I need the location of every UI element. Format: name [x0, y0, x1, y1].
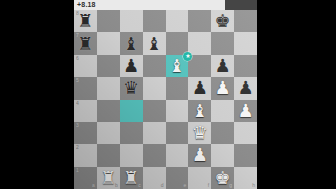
square-a3[interactable]: 3	[74, 122, 97, 144]
piece-black-king[interactable]: ♚	[211, 10, 234, 32]
square-d2[interactable]	[143, 144, 166, 166]
square-e2[interactable]	[166, 144, 189, 166]
rank-coordinate-4: 4	[76, 101, 79, 106]
square-h2[interactable]	[234, 144, 257, 166]
square-e6[interactable]: ♝★	[166, 55, 189, 77]
square-b2[interactable]	[97, 144, 120, 166]
square-h3[interactable]	[234, 122, 257, 144]
piece-white-pawn[interactable]: ♟	[234, 100, 257, 122]
square-b8[interactable]	[97, 10, 120, 32]
rank-coordinate-3: 3	[76, 123, 79, 128]
square-a1[interactable]: 1a	[74, 167, 97, 189]
square-c5[interactable]: ♛	[120, 77, 143, 99]
rank-coordinate-6: 6	[76, 56, 79, 61]
square-d7[interactable]: ♝	[143, 32, 166, 54]
evaluation-score: +8.18	[74, 0, 96, 10]
square-g3[interactable]	[211, 122, 234, 144]
square-c7[interactable]: ♝	[120, 32, 143, 54]
piece-black-rook[interactable]: ♜	[74, 32, 97, 54]
piece-white-rook[interactable]: ♜	[97, 167, 120, 189]
square-f2[interactable]: ♟	[188, 144, 211, 166]
square-c4[interactable]	[120, 100, 143, 122]
evaluation-bar: +8.18	[74, 0, 257, 10]
square-c1[interactable]: c♜	[120, 167, 143, 189]
square-d3[interactable]	[143, 122, 166, 144]
square-g8[interactable]: ♚	[211, 10, 234, 32]
evaluation-bar-white-portion: +8.18	[74, 0, 225, 10]
rank-coordinate-5: 5	[76, 78, 79, 83]
piece-black-bishop[interactable]: ♝	[120, 32, 143, 54]
square-h7[interactable]	[234, 32, 257, 54]
rank-coordinate-1: 1	[76, 168, 79, 173]
piece-black-pawn[interactable]: ♟	[211, 55, 234, 77]
file-coordinate-d: d	[161, 183, 164, 188]
square-g6[interactable]: ♟	[211, 55, 234, 77]
piece-black-bishop[interactable]: ♝	[143, 32, 166, 54]
piece-white-pawn[interactable]: ♟	[188, 144, 211, 166]
square-f6[interactable]	[188, 55, 211, 77]
square-d4[interactable]	[143, 100, 166, 122]
square-f8[interactable]	[188, 10, 211, 32]
piece-white-king[interactable]: ♚	[211, 167, 234, 189]
square-g1[interactable]: g♚	[211, 167, 234, 189]
piece-white-queen[interactable]: ♛	[188, 122, 211, 144]
square-a4[interactable]: 4	[74, 100, 97, 122]
square-f1[interactable]: f	[188, 167, 211, 189]
piece-black-rook[interactable]: ♜	[74, 10, 97, 32]
square-h6[interactable]	[234, 55, 257, 77]
square-h5[interactable]: ♟	[234, 77, 257, 99]
square-h4[interactable]: ♟	[234, 100, 257, 122]
square-a5[interactable]: 5	[74, 77, 97, 99]
piece-white-bishop[interactable]: ♝	[188, 100, 211, 122]
square-f3[interactable]: ♛	[188, 122, 211, 144]
square-g2[interactable]	[211, 144, 234, 166]
square-g5[interactable]: ♟	[211, 77, 234, 99]
square-c6[interactable]: ♟	[120, 55, 143, 77]
square-e4[interactable]	[166, 100, 189, 122]
piece-black-pawn[interactable]: ♟	[234, 77, 257, 99]
square-h8[interactable]	[234, 10, 257, 32]
file-coordinate-a: a	[92, 183, 95, 188]
square-h1[interactable]: h	[234, 167, 257, 189]
piece-white-pawn[interactable]: ♟	[211, 77, 234, 99]
piece-black-pawn[interactable]: ♟	[188, 77, 211, 99]
square-b7[interactable]	[97, 32, 120, 54]
piece-black-pawn[interactable]: ♟	[120, 55, 143, 77]
square-a7[interactable]: 7♜	[74, 32, 97, 54]
square-a2[interactable]: 2	[74, 144, 97, 166]
analysis-panel: +8.18 8♜♚7♜♝♝6♟♝★♟5♛♟♟♟4♝♟3♛2♟1ab♜c♜defg…	[74, 0, 257, 189]
chess-board[interactable]: 8♜♚7♜♝♝6♟♝★♟5♛♟♟♟4♝♟3♛2♟1ab♜c♜defg♚h	[74, 10, 257, 189]
square-d1[interactable]: d	[143, 167, 166, 189]
square-e5[interactable]	[166, 77, 189, 99]
square-e3[interactable]	[166, 122, 189, 144]
square-d6[interactable]	[143, 55, 166, 77]
rank-coordinate-2: 2	[76, 145, 79, 150]
square-b1[interactable]: b♜	[97, 167, 120, 189]
square-d8[interactable]	[143, 10, 166, 32]
square-g7[interactable]	[211, 32, 234, 54]
square-a8[interactable]: 8♜	[74, 10, 97, 32]
square-b4[interactable]	[97, 100, 120, 122]
square-c3[interactable]	[120, 122, 143, 144]
file-coordinate-e: e	[184, 183, 187, 188]
piece-white-rook[interactable]: ♜	[120, 167, 143, 189]
square-f5[interactable]: ♟	[188, 77, 211, 99]
square-c8[interactable]	[120, 10, 143, 32]
square-d5[interactable]	[143, 77, 166, 99]
square-g4[interactable]	[211, 100, 234, 122]
square-e8[interactable]	[166, 10, 189, 32]
square-b3[interactable]	[97, 122, 120, 144]
square-a6[interactable]: 6	[74, 55, 97, 77]
file-coordinate-f: f	[208, 183, 209, 188]
evaluation-bar-black-portion	[225, 0, 257, 10]
square-b6[interactable]	[97, 55, 120, 77]
square-e1[interactable]: e	[166, 167, 189, 189]
square-b5[interactable]	[97, 77, 120, 99]
square-f4[interactable]: ♝	[188, 100, 211, 122]
piece-black-queen[interactable]: ♛	[120, 77, 143, 99]
square-c2[interactable]	[120, 144, 143, 166]
video-frame: +8.18 8♜♚7♜♝♝6♟♝★♟5♛♟♟♟4♝♟3♛2♟1ab♜c♜defg…	[0, 0, 336, 189]
square-f7[interactable]	[188, 32, 211, 54]
file-coordinate-h: h	[252, 183, 255, 188]
